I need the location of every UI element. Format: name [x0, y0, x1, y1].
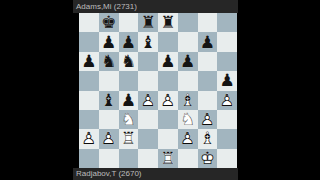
square-g8[interactable]	[198, 13, 218, 32]
square-h8[interactable]	[217, 13, 237, 32]
piece-white-pawn: ♟	[79, 129, 99, 148]
piece-white-pawn-outline: ♙	[178, 129, 198, 148]
piece-white-rook: ♜	[119, 129, 139, 148]
square-c4[interactable]: ♟	[119, 91, 139, 110]
player-bar-white: Radjabov,T (2670)	[73, 168, 238, 180]
piece-white-bishop-outline: ♗	[178, 91, 198, 110]
piece-black-knight: ♞	[99, 52, 119, 71]
square-f8[interactable]	[178, 13, 198, 32]
piece-white-pawn-outline: ♙	[138, 91, 158, 110]
piece-black-pawn: ♟	[79, 52, 99, 71]
square-d5[interactable]	[138, 71, 158, 90]
piece-white-knight-outline: ♘	[178, 110, 198, 129]
piece-white-knight-outline: ♘	[119, 110, 139, 129]
chess-board: ♚♜♜♟♟♝♟♟♞♞♟♟♟♝♟♟♙♟♙♝♗♟♙♞♘♞♘♟♙♟♙♟♙♜♖♟♙♝♗♜…	[79, 13, 237, 168]
piece-white-pawn-outline: ♙	[158, 91, 178, 110]
square-b6[interactable]: ♞	[99, 52, 119, 71]
square-a3[interactable]	[79, 110, 99, 129]
piece-black-pawn: ♟	[119, 91, 139, 110]
square-h5[interactable]: ♟	[217, 71, 237, 90]
square-f4[interactable]: ♝♗	[178, 91, 198, 110]
game-panel: Adams,Mi (2731) ♚♜♜♟♟♝♟♟♞♞♟♟♟♝♟♟♙♟♙♝♗♟♙♞…	[73, 0, 238, 180]
square-g5[interactable]	[198, 71, 218, 90]
square-h3[interactable]	[217, 110, 237, 129]
square-e3[interactable]	[158, 110, 178, 129]
piece-black-bishop: ♝	[99, 91, 119, 110]
square-d3[interactable]	[138, 110, 158, 129]
square-g4[interactable]	[198, 91, 218, 110]
square-d2[interactable]	[138, 129, 158, 148]
square-c8[interactable]	[119, 13, 139, 32]
square-e7[interactable]	[158, 32, 178, 51]
piece-white-pawn: ♟	[217, 91, 237, 110]
square-c5[interactable]	[119, 71, 139, 90]
square-d8[interactable]: ♜	[138, 13, 158, 32]
player-bar-black: Adams,Mi (2731)	[73, 0, 238, 13]
piece-white-pawn-outline: ♙	[217, 91, 237, 110]
square-a7[interactable]	[79, 32, 99, 51]
piece-white-bishop: ♝	[178, 91, 198, 110]
square-d1[interactable]	[138, 149, 158, 168]
square-e2[interactable]	[158, 129, 178, 148]
piece-black-king: ♚	[99, 13, 119, 32]
square-b8[interactable]: ♚	[99, 13, 119, 32]
square-c7[interactable]: ♟	[119, 32, 139, 51]
piece-black-rook: ♜	[158, 13, 178, 32]
square-d7[interactable]: ♝	[138, 32, 158, 51]
square-g7[interactable]: ♟	[198, 32, 218, 51]
square-e4[interactable]: ♟♙	[158, 91, 178, 110]
piece-white-bishop: ♝	[198, 129, 218, 148]
square-c6[interactable]: ♞	[119, 52, 139, 71]
square-d6[interactable]	[138, 52, 158, 71]
piece-black-rook: ♜	[138, 13, 158, 32]
square-h2[interactable]	[217, 129, 237, 148]
piece-black-pawn: ♟	[217, 71, 237, 90]
square-g3[interactable]: ♟♙	[198, 110, 218, 129]
square-h4[interactable]: ♟♙	[217, 91, 237, 110]
square-c2[interactable]: ♜♖	[119, 129, 139, 148]
square-f3[interactable]: ♞♘	[178, 110, 198, 129]
square-f2[interactable]: ♟♙	[178, 129, 198, 148]
piece-white-rook-outline: ♖	[158, 149, 178, 168]
square-g6[interactable]	[198, 52, 218, 71]
piece-white-pawn: ♟	[178, 129, 198, 148]
square-a5[interactable]	[79, 71, 99, 90]
piece-black-pawn: ♟	[178, 52, 198, 71]
video-frame: Adams,Mi (2731) ♚♜♜♟♟♝♟♟♞♞♟♟♟♝♟♟♙♟♙♝♗♟♙♞…	[0, 0, 320, 180]
square-a4[interactable]	[79, 91, 99, 110]
square-e5[interactable]	[158, 71, 178, 90]
square-f7[interactable]	[178, 32, 198, 51]
piece-black-bishop: ♝	[138, 32, 158, 51]
square-f1[interactable]	[178, 149, 198, 168]
piece-white-knight: ♞	[178, 110, 198, 129]
piece-white-pawn-outline: ♙	[99, 129, 119, 148]
square-e1[interactable]: ♜♖	[158, 149, 178, 168]
piece-white-king-outline: ♔	[198, 149, 218, 168]
square-b2[interactable]: ♟♙	[99, 129, 119, 148]
piece-black-pawn: ♟	[198, 32, 218, 51]
square-h7[interactable]	[217, 32, 237, 51]
square-g2[interactable]: ♝♗	[198, 129, 218, 148]
square-f5[interactable]	[178, 71, 198, 90]
piece-white-pawn: ♟	[158, 91, 178, 110]
piece-white-pawn: ♟	[138, 91, 158, 110]
piece-white-pawn: ♟	[198, 110, 218, 129]
piece-white-knight: ♞	[119, 110, 139, 129]
square-b4[interactable]: ♝	[99, 91, 119, 110]
square-g1[interactable]: ♚♔	[198, 149, 218, 168]
piece-black-pawn: ♟	[158, 52, 178, 71]
piece-white-bishop-outline: ♗	[198, 129, 218, 148]
piece-white-rook-outline: ♖	[119, 129, 139, 148]
square-b5[interactable]	[99, 71, 119, 90]
square-f6[interactable]: ♟	[178, 52, 198, 71]
square-b3[interactable]	[99, 110, 119, 129]
square-a1[interactable]	[79, 149, 99, 168]
piece-white-pawn: ♟	[99, 129, 119, 148]
square-e8[interactable]: ♜	[158, 13, 178, 32]
square-b1[interactable]	[99, 149, 119, 168]
square-a8[interactable]	[79, 13, 99, 32]
piece-white-pawn-outline: ♙	[79, 129, 99, 148]
square-e6[interactable]: ♟	[158, 52, 178, 71]
piece-white-king: ♚	[198, 149, 218, 168]
square-c1[interactable]	[119, 149, 139, 168]
piece-black-pawn: ♟	[99, 32, 119, 51]
piece-white-rook: ♜	[158, 149, 178, 168]
square-h6[interactable]	[217, 52, 237, 71]
piece-black-pawn: ♟	[119, 32, 139, 51]
piece-white-pawn-outline: ♙	[198, 110, 218, 129]
square-h1[interactable]	[217, 149, 237, 168]
square-a2[interactable]: ♟♙	[79, 129, 99, 148]
piece-black-knight: ♞	[119, 52, 139, 71]
square-c3[interactable]: ♞♘	[119, 110, 139, 129]
square-a6[interactable]: ♟	[79, 52, 99, 71]
square-d4[interactable]: ♟♙	[138, 91, 158, 110]
square-b7[interactable]: ♟	[99, 32, 119, 51]
